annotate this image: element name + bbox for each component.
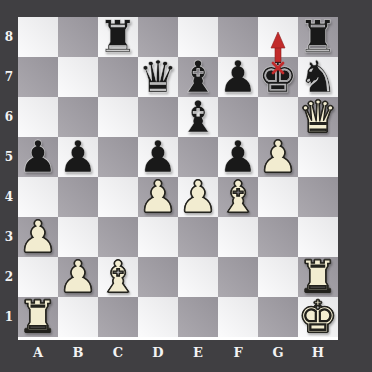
rank-label-2: 2	[0, 257, 18, 297]
piece-white-bishop[interactable]: ♝	[98, 255, 137, 299]
square-h5[interactable]	[298, 137, 338, 177]
piece-white-pawn[interactable]: ♟	[178, 175, 217, 219]
square-e1[interactable]	[178, 297, 218, 337]
square-d1[interactable]	[138, 297, 178, 337]
piece-white-pawn[interactable]: ♟	[258, 135, 297, 179]
file-label-f: F	[218, 340, 258, 364]
square-g7[interactable]: ♚	[258, 57, 298, 97]
square-d4[interactable]: ♟	[138, 177, 178, 217]
square-c8[interactable]: ♜	[98, 17, 138, 57]
square-e2[interactable]	[178, 257, 218, 297]
rank-label-4: 4	[0, 177, 18, 217]
square-d2[interactable]	[138, 257, 178, 297]
square-b4[interactable]	[58, 177, 98, 217]
square-c7[interactable]	[98, 57, 138, 97]
square-g5[interactable]: ♟	[258, 137, 298, 177]
file-label-g: G	[258, 340, 298, 364]
app-background: 87654321 ♜♜♛♝♟♚♞♝♛♟♟♟♟♟♟♟♝♟♟♝♜♜♚ ABCDEFG…	[0, 0, 372, 372]
square-f1[interactable]	[218, 297, 258, 337]
piece-white-queen[interactable]: ♛	[298, 95, 337, 139]
rank-label-7: 7	[0, 57, 18, 97]
square-b5[interactable]: ♟	[58, 137, 98, 177]
file-label-b: B	[58, 340, 98, 364]
square-b1[interactable]	[58, 297, 98, 337]
square-a1[interactable]: ♜	[18, 297, 58, 337]
rank-labels: 87654321	[0, 17, 18, 337]
square-d7[interactable]: ♛	[138, 57, 178, 97]
rank-label-3: 3	[0, 217, 18, 257]
file-label-d: D	[138, 340, 178, 364]
square-e3[interactable]	[178, 217, 218, 257]
square-b8[interactable]	[58, 17, 98, 57]
piece-black-pawn[interactable]: ♟	[218, 55, 257, 99]
file-label-e: E	[178, 340, 218, 364]
square-a7[interactable]	[18, 57, 58, 97]
piece-black-pawn[interactable]: ♟	[58, 135, 97, 179]
rank-label-5: 5	[0, 137, 18, 177]
square-f2[interactable]	[218, 257, 258, 297]
piece-black-king[interactable]: ♚	[258, 55, 297, 99]
file-label-h: H	[298, 340, 338, 364]
rank-label-1: 1	[0, 297, 18, 337]
square-c1[interactable]	[98, 297, 138, 337]
square-d3[interactable]	[138, 217, 178, 257]
square-e4[interactable]: ♟	[178, 177, 218, 217]
square-f3[interactable]	[218, 217, 258, 257]
square-h6[interactable]: ♛	[298, 97, 338, 137]
piece-black-pawn[interactable]: ♟	[18, 135, 57, 179]
square-f4[interactable]: ♝	[218, 177, 258, 217]
square-c4[interactable]	[98, 177, 138, 217]
piece-white-bishop[interactable]: ♝	[218, 175, 257, 219]
square-g4[interactable]	[258, 177, 298, 217]
square-c5[interactable]	[98, 137, 138, 177]
piece-white-pawn[interactable]: ♟	[18, 215, 57, 259]
file-label-a: A	[18, 340, 58, 364]
piece-white-pawn[interactable]: ♟	[138, 175, 177, 219]
square-c6[interactable]	[98, 97, 138, 137]
square-g2[interactable]	[258, 257, 298, 297]
file-labels: ABCDEFGH	[18, 340, 338, 364]
rank-label-6: 6	[0, 97, 18, 137]
square-g3[interactable]	[258, 217, 298, 257]
square-c2[interactable]: ♝	[98, 257, 138, 297]
piece-black-queen[interactable]: ♛	[138, 55, 177, 99]
file-label-c: C	[98, 340, 138, 364]
piece-white-pawn[interactable]: ♟	[58, 255, 97, 299]
square-a5[interactable]: ♟	[18, 137, 58, 177]
piece-white-king[interactable]: ♚	[298, 295, 337, 339]
piece-white-rook[interactable]: ♜	[18, 295, 57, 339]
square-b2[interactable]: ♟	[58, 257, 98, 297]
chess-board: ♜♜♛♝♟♚♞♝♛♟♟♟♟♟♟♟♝♟♟♝♜♜♚	[18, 17, 338, 337]
square-g1[interactable]	[258, 297, 298, 337]
square-a3[interactable]: ♟	[18, 217, 58, 257]
square-h4[interactable]	[298, 177, 338, 217]
rank-label-8: 8	[0, 17, 18, 57]
square-f7[interactable]: ♟	[218, 57, 258, 97]
square-b7[interactable]	[58, 57, 98, 97]
piece-black-rook[interactable]: ♜	[98, 15, 137, 59]
piece-black-bishop[interactable]: ♝	[178, 95, 217, 139]
square-a8[interactable]	[18, 17, 58, 57]
square-h1[interactable]: ♚	[298, 297, 338, 337]
square-e6[interactable]: ♝	[178, 97, 218, 137]
